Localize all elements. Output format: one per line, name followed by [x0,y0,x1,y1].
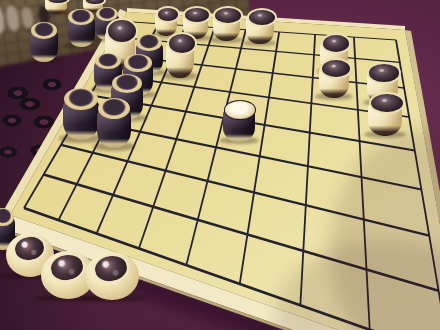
piece-light-d8[interactable] [213,6,240,41]
piece-dark-a3[interactable] [63,88,99,140]
piece-cap [183,6,211,24]
piece-light-h5[interactable] [368,92,402,136]
piece-dark-e4[interactable] [223,100,255,142]
piece-cap [68,9,93,25]
piece-light-e8[interactable] [246,8,274,44]
piece-dark-b3[interactable] [97,98,131,148]
piece-cap [98,98,130,119]
piece-cap [64,88,98,110]
captured-piece-dark-off-top-left[interactable] [68,9,95,47]
piece-cap [224,100,256,120]
piece-light-c6[interactable] [166,32,194,78]
piece-cap [247,8,277,27]
piece-cap [156,6,181,23]
piece-cap [367,62,400,84]
piece-cap [320,58,352,79]
piece-cap [31,22,57,39]
piece-light-g6[interactable] [319,58,349,98]
captured-piece-light-off-top-left[interactable] [45,0,67,14]
piece-cap [124,54,152,72]
piece-cap [106,18,138,44]
piece-cap [321,33,351,54]
photo-canvas [0,0,440,330]
piece-cap [213,6,242,25]
captured-piece-light-off-bottom-left[interactable] [85,252,139,300]
piece-cap [136,34,161,51]
piece-cap [95,53,121,69]
captured-piece-dark-off-top-left[interactable] [30,22,58,62]
